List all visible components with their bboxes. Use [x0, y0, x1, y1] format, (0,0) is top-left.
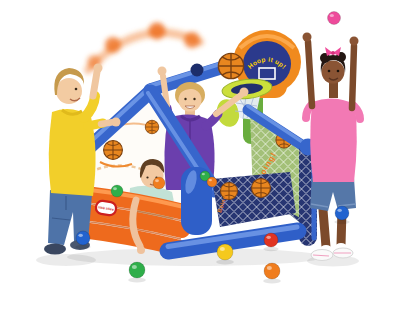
girl-pink-shorts	[310, 178, 356, 211]
panel-basketball-print	[252, 179, 271, 198]
yellow-play-ball	[217, 244, 233, 260]
girl-purple-hand-on-rim	[240, 88, 249, 97]
blue-play-ball	[76, 231, 90, 245]
green-play-ball	[111, 185, 123, 197]
orange-play-ball	[264, 263, 280, 279]
pink-play-ball	[328, 12, 341, 25]
orange-play-ball	[153, 177, 165, 189]
green-play-ball	[129, 262, 145, 278]
boy-shoe	[44, 244, 66, 255]
boy-hand-on-rail	[112, 118, 121, 127]
girl-pink-hand	[350, 37, 359, 46]
orange-play-ball	[207, 177, 217, 187]
rim-basketball	[218, 53, 243, 78]
product-photo-stage: Hoop it up!	[0, 0, 400, 315]
wall-basketball-print	[145, 120, 159, 134]
girl-pink-hand	[303, 33, 312, 42]
wall-basketball-print	[104, 141, 123, 160]
front-mesh-panel: Boing!	[212, 172, 296, 227]
little-tikes-logo: little tikes	[95, 200, 117, 216]
blue-play-ball	[335, 206, 349, 220]
scene-svg: Hoop it up!	[0, 0, 400, 315]
rail-dot-print	[191, 64, 204, 77]
boy-throwing-hand	[94, 64, 103, 73]
red-play-ball	[264, 233, 278, 247]
motion-blur-ball-arc	[87, 23, 200, 71]
girl-pink-tee	[310, 98, 357, 182]
